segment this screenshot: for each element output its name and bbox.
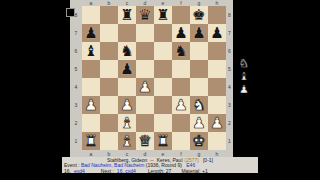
square-a8[interactable] (82, 6, 100, 24)
square-e6[interactable] (154, 42, 172, 60)
black-pawn: ♟ (174, 24, 187, 42)
file-label-h: h (208, 150, 226, 157)
file-labels-bottom: abcdefgh (82, 150, 226, 157)
board-squares: ♜♛♜♚♟♟♟♟♝♞♞♟♟♟♟♟♞♝♟♟♜♝♛♜♚ (82, 6, 226, 150)
square-c2[interactable]: ♝ (118, 114, 136, 132)
chess-board: abcdefgh 87654321 ♜♛♜♚♟♟♟♟♝♞♞♟♟♟♟♟♞♝♟♟♜♝… (70, 0, 233, 157)
rank-label-7: 7 (70, 24, 82, 42)
square-c1[interactable]: ♝ (118, 132, 136, 150)
rank-label-3: 3 (226, 96, 233, 114)
black-pawn: ♟ (84, 24, 97, 42)
black-knight: ♞ (174, 42, 187, 60)
square-h4[interactable] (208, 78, 226, 96)
square-e3[interactable] (154, 96, 172, 114)
black-pawn: ♟ (192, 24, 205, 42)
captured-white-bishop: ♝ (239, 71, 249, 83)
rank-labels-left: 87654321 (70, 6, 82, 150)
square-d7[interactable] (136, 24, 154, 42)
black-pawn: ♟ (210, 24, 223, 42)
square-f5[interactable] (172, 60, 190, 78)
square-d6[interactable] (136, 42, 154, 60)
next-move-link[interactable]: 16. cxd4 (117, 168, 136, 174)
video-letterbox: abcdefgh 87654321 ♜♛♜♚♟♟♟♟♝♞♞♟♟♟♟♟♞♝♟♟♜♝… (0, 0, 320, 180)
square-h7[interactable]: ♟ (208, 24, 226, 42)
rank-label-7: 7 (226, 24, 233, 42)
square-d3[interactable] (136, 96, 154, 114)
rank-label-1: 1 (226, 132, 233, 150)
square-a1[interactable]: ♜ (82, 132, 100, 150)
square-b1[interactable] (100, 132, 118, 150)
square-a2[interactable] (82, 114, 100, 132)
square-c4[interactable] (118, 78, 136, 96)
black-rook: ♜ (120, 6, 133, 24)
square-f3[interactable]: ♟ (172, 96, 190, 114)
captured-white-pawn: ♟ (239, 84, 249, 96)
square-g5[interactable] (190, 60, 208, 78)
square-a3[interactable]: ♟ (82, 96, 100, 114)
square-d4[interactable]: ♟ (136, 78, 154, 96)
square-g3[interactable]: ♞ (190, 96, 208, 114)
black-pawn: ♟ (120, 60, 133, 78)
white-pawn: ♟ (84, 96, 97, 114)
square-c6[interactable]: ♞ (118, 42, 136, 60)
square-h1[interactable] (208, 132, 226, 150)
square-h2[interactable]: ♟ (208, 114, 226, 132)
white-pawn: ♟ (174, 96, 187, 114)
white-pawn: ♟ (192, 114, 205, 132)
rank-label-2: 2 (226, 114, 233, 132)
white-pawn: ♟ (210, 114, 223, 132)
moves-line: 16.exd4Next :16. cxd4Length: 27Material:… (62, 169, 258, 174)
square-g2[interactable]: ♟ (190, 114, 208, 132)
white-king: ♚ (192, 132, 205, 150)
file-label-c: c (118, 150, 136, 157)
square-e5[interactable] (154, 60, 172, 78)
rank-label-5: 5 (226, 60, 233, 78)
square-b2[interactable] (100, 114, 118, 132)
square-b5[interactable] (100, 60, 118, 78)
white-rook: ♜ (156, 132, 169, 150)
square-b6[interactable] (100, 42, 118, 60)
caption-bar: Stahlberg, Gideon--Keres, Paul(2577)[0-1… (62, 157, 258, 173)
square-f1[interactable] (172, 132, 190, 150)
square-a7[interactable]: ♟ (82, 24, 100, 42)
move-number: 16. (64, 168, 71, 174)
square-h6[interactable] (208, 42, 226, 60)
square-h8[interactable] (208, 6, 226, 24)
file-label-g: g (190, 150, 208, 157)
square-f6[interactable]: ♞ (172, 42, 190, 60)
material-value: Material: +1 (181, 168, 207, 174)
square-c5[interactable]: ♟ (118, 60, 136, 78)
length-value: Length: 27 (148, 168, 172, 174)
rank-label-4: 4 (226, 78, 233, 96)
square-e4[interactable] (154, 78, 172, 96)
file-label-b: b (100, 150, 118, 157)
square-c3[interactable]: ♟ (118, 96, 136, 114)
square-e7[interactable] (154, 24, 172, 42)
black-rook: ♜ (156, 6, 169, 24)
black-to-move-indicator (67, 9, 74, 16)
captured-black-knight: ♞ (239, 58, 249, 70)
square-g7[interactable]: ♟ (190, 24, 208, 42)
square-d2[interactable] (136, 114, 154, 132)
square-e8[interactable]: ♜ (154, 6, 172, 24)
rank-label-4: 4 (70, 78, 82, 96)
file-label-f: f (172, 150, 190, 157)
white-pawn: ♟ (120, 96, 133, 114)
black-king: ♚ (192, 6, 205, 24)
rank-label-6: 6 (70, 42, 82, 60)
square-e1[interactable]: ♜ (154, 132, 172, 150)
white-bishop: ♝ (120, 114, 133, 132)
black-bishop: ♝ (84, 42, 97, 60)
square-d1[interactable]: ♛ (136, 132, 154, 150)
rank-label-3: 3 (70, 96, 82, 114)
square-c7[interactable] (118, 24, 136, 42)
square-a5[interactable] (82, 60, 100, 78)
square-g1[interactable]: ♚ (190, 132, 208, 150)
square-g8[interactable]: ♚ (190, 6, 208, 24)
file-label-d: d (136, 150, 154, 157)
rank-label-2: 2 (70, 114, 82, 132)
rank-label-1: 1 (70, 132, 82, 150)
square-f2[interactable] (172, 114, 190, 132)
square-b8[interactable] (100, 6, 118, 24)
video-frame: abcdefgh 87654321 ♜♛♜♚♟♟♟♟♝♞♞♟♟♟♟♟♞♝♟♟♜♝… (62, 0, 258, 180)
rank-labels-right: 87654321 (226, 6, 233, 150)
square-f4[interactable] (172, 78, 190, 96)
square-g4[interactable] (190, 78, 208, 96)
rank-label-5: 5 (70, 60, 82, 78)
square-a4[interactable] (82, 78, 100, 96)
square-d5[interactable] (136, 60, 154, 78)
game-result: [0-1] (203, 157, 213, 163)
white-bishop: ♝ (120, 132, 133, 150)
square-b3[interactable] (100, 96, 118, 114)
move-played-link[interactable]: exd4 (74, 168, 85, 174)
square-c8[interactable]: ♜ (118, 6, 136, 24)
file-label-a: a (82, 150, 100, 157)
square-h5[interactable] (208, 60, 226, 78)
white-rook: ♜ (84, 132, 97, 150)
file-label-e: e (154, 150, 172, 157)
square-b7[interactable] (100, 24, 118, 42)
white-queen: ♛ (138, 132, 151, 150)
white-knight: ♞ (192, 96, 205, 114)
square-a6[interactable]: ♝ (82, 42, 100, 60)
square-e2[interactable] (154, 114, 172, 132)
white-pawn: ♟ (138, 78, 151, 96)
square-b4[interactable] (100, 78, 118, 96)
square-d8[interactable]: ♛ (136, 6, 154, 24)
rank-label-6: 6 (226, 42, 233, 60)
square-f7[interactable]: ♟ (172, 24, 190, 42)
next-label: Next : (101, 168, 114, 174)
material-imbalance-panel: ♞♝♟ (236, 58, 252, 96)
black-queen: ♛ (138, 6, 151, 24)
rank-label-8: 8 (226, 6, 233, 24)
black-knight: ♞ (120, 42, 133, 60)
square-g6[interactable] (190, 42, 208, 60)
square-f8[interactable] (172, 6, 190, 24)
square-h3[interactable] (208, 96, 226, 114)
